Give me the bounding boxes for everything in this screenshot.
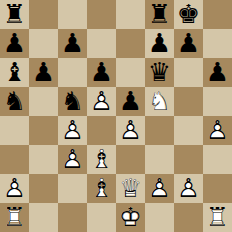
white-rook-piece: ♜♖ [203, 203, 232, 232]
square-g8[interactable]: ♚ [174, 0, 203, 29]
black-pawn-piece: ♟ [148, 29, 171, 58]
white-bishop-piece: ♝♗ [87, 145, 116, 174]
square-f2[interactable]: ♟♙ [145, 174, 174, 203]
black-pawn-piece: ♟ [119, 87, 142, 116]
white-bishop-piece: ♝♗ [87, 174, 116, 203]
square-d5[interactable]: ♟♙ [87, 87, 116, 116]
white-pawn-piece: ♟♙ [174, 174, 203, 203]
white-knight-piece: ♞♘ [145, 87, 174, 116]
square-d1[interactable] [87, 203, 116, 232]
square-b8[interactable] [29, 0, 58, 29]
square-h8[interactable] [203, 0, 232, 29]
white-pawn-piece: ♟♙ [203, 116, 232, 145]
square-a4[interactable] [0, 116, 29, 145]
square-c2[interactable] [58, 174, 87, 203]
white-pawn-piece: ♟♙ [116, 116, 145, 145]
square-c4[interactable]: ♟♙ [58, 116, 87, 145]
square-h2[interactable] [203, 174, 232, 203]
white-pawn-piece: ♟♙ [58, 116, 87, 145]
chess-board: ♜♜♚♟♟♟♟♝♟♟♛♟♞♞♟♙♟♞♘♟♙♟♙♟♙♟♙♝♗♟♙♝♗♛♕♟♙♟♙♜… [0, 0, 232, 232]
white-pawn-piece: ♟♙ [145, 174, 174, 203]
black-rook-piece: ♜ [3, 0, 26, 29]
square-g5[interactable] [174, 87, 203, 116]
square-d8[interactable] [87, 0, 116, 29]
square-d3[interactable]: ♝♗ [87, 145, 116, 174]
square-f4[interactable] [145, 116, 174, 145]
square-h6[interactable]: ♟ [203, 58, 232, 87]
square-h4[interactable]: ♟♙ [203, 116, 232, 145]
square-h7[interactable] [203, 29, 232, 58]
square-e7[interactable] [116, 29, 145, 58]
square-d6[interactable]: ♟ [87, 58, 116, 87]
square-h1[interactable]: ♜♖ [203, 203, 232, 232]
black-rook-piece: ♜ [148, 0, 171, 29]
square-g6[interactable] [174, 58, 203, 87]
black-pawn-piece: ♟ [177, 29, 200, 58]
square-c7[interactable]: ♟ [58, 29, 87, 58]
square-f5[interactable]: ♞♘ [145, 87, 174, 116]
square-c3[interactable]: ♟♙ [58, 145, 87, 174]
black-pawn-piece: ♟ [206, 58, 229, 87]
square-a8[interactable]: ♜ [0, 0, 29, 29]
square-b2[interactable] [29, 174, 58, 203]
square-d4[interactable] [87, 116, 116, 145]
square-g3[interactable] [174, 145, 203, 174]
square-f3[interactable] [145, 145, 174, 174]
white-pawn-piece: ♟♙ [58, 145, 87, 174]
square-b3[interactable] [29, 145, 58, 174]
black-king-piece: ♚ [177, 0, 200, 29]
square-d7[interactable] [87, 29, 116, 58]
square-f7[interactable]: ♟ [145, 29, 174, 58]
square-f6[interactable]: ♛ [145, 58, 174, 87]
square-c6[interactable] [58, 58, 87, 87]
square-a6[interactable]: ♝ [0, 58, 29, 87]
square-c8[interactable] [58, 0, 87, 29]
square-g2[interactable]: ♟♙ [174, 174, 203, 203]
square-f1[interactable] [145, 203, 174, 232]
square-c5[interactable]: ♞ [58, 87, 87, 116]
square-e8[interactable] [116, 0, 145, 29]
white-rook-piece: ♜♖ [0, 203, 29, 232]
black-bishop-piece: ♝ [3, 58, 26, 87]
square-b6[interactable]: ♟ [29, 58, 58, 87]
square-e2[interactable]: ♛♕ [116, 174, 145, 203]
square-b1[interactable] [29, 203, 58, 232]
square-a3[interactable] [0, 145, 29, 174]
square-d2[interactable]: ♝♗ [87, 174, 116, 203]
square-e6[interactable] [116, 58, 145, 87]
square-a1[interactable]: ♜♖ [0, 203, 29, 232]
square-a2[interactable]: ♟♙ [0, 174, 29, 203]
square-e3[interactable] [116, 145, 145, 174]
square-a5[interactable]: ♞ [0, 87, 29, 116]
square-h3[interactable] [203, 145, 232, 174]
square-b7[interactable] [29, 29, 58, 58]
square-g1[interactable] [174, 203, 203, 232]
black-pawn-piece: ♟ [61, 29, 84, 58]
square-a7[interactable]: ♟ [0, 29, 29, 58]
white-queen-piece: ♛♕ [116, 174, 145, 203]
square-e4[interactable]: ♟♙ [116, 116, 145, 145]
square-g4[interactable] [174, 116, 203, 145]
square-e5[interactable]: ♟ [116, 87, 145, 116]
black-pawn-piece: ♟ [90, 58, 113, 87]
square-f8[interactable]: ♜ [145, 0, 174, 29]
white-pawn-piece: ♟♙ [0, 174, 29, 203]
square-h5[interactable] [203, 87, 232, 116]
black-queen-piece: ♛ [148, 58, 171, 87]
black-pawn-piece: ♟ [3, 29, 26, 58]
black-pawn-piece: ♟ [32, 58, 55, 87]
square-b5[interactable] [29, 87, 58, 116]
square-e1[interactable]: ♚♔ [116, 203, 145, 232]
square-c1[interactable] [58, 203, 87, 232]
white-king-piece: ♚♔ [116, 203, 145, 232]
black-knight-piece: ♞ [3, 87, 26, 116]
white-pawn-piece: ♟♙ [87, 87, 116, 116]
square-b4[interactable] [29, 116, 58, 145]
black-knight-piece: ♞ [61, 87, 84, 116]
square-g7[interactable]: ♟ [174, 29, 203, 58]
